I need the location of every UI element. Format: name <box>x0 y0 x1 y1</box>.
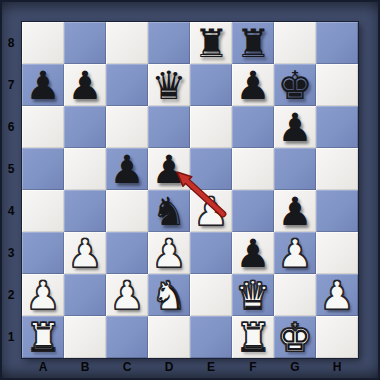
square-b2[interactable] <box>64 274 106 316</box>
square-h7[interactable] <box>316 64 358 106</box>
square-d5[interactable]: ♟ <box>148 148 190 190</box>
piece-black-pawn-c5[interactable]: ♟ <box>106 148 148 190</box>
square-h8[interactable] <box>316 22 358 64</box>
rank-label-5: 5 <box>2 148 20 190</box>
piece-white-pawn-e4[interactable]: ♟ <box>190 190 232 232</box>
square-e3[interactable] <box>190 232 232 274</box>
rank-label-8: 8 <box>2 22 20 64</box>
square-e6[interactable] <box>190 106 232 148</box>
square-g8[interactable] <box>274 22 316 64</box>
square-c1[interactable] <box>106 316 148 358</box>
piece-white-pawn-c2[interactable]: ♟ <box>106 274 148 316</box>
rank-label-7: 7 <box>2 64 20 106</box>
piece-white-pawn-d3[interactable]: ♟ <box>148 232 190 274</box>
piece-white-king-g1[interactable]: ♚ <box>274 316 316 358</box>
square-f6[interactable] <box>232 106 274 148</box>
file-label-g: G <box>274 357 316 377</box>
file-label-c: C <box>106 357 148 377</box>
square-h5[interactable] <box>316 148 358 190</box>
rank-label-3: 3 <box>2 232 20 274</box>
piece-white-pawn-h2[interactable]: ♟ <box>316 274 358 316</box>
file-label-a: A <box>22 357 64 377</box>
chess-board: ♜♜♟♟♛♟♚♟♟♟♞♟♟♟♟♟♟♟♟♞♛♟♜♜♚ <box>22 22 358 358</box>
square-c4[interactable] <box>106 190 148 232</box>
piece-white-pawn-b3[interactable]: ♟ <box>64 232 106 274</box>
piece-black-pawn-f3[interactable]: ♟ <box>232 232 274 274</box>
file-label-f: F <box>232 357 274 377</box>
square-e7[interactable] <box>190 64 232 106</box>
piece-black-knight-d4[interactable]: ♞ <box>148 190 190 232</box>
square-h1[interactable] <box>316 316 358 358</box>
square-a2[interactable]: ♟ <box>22 274 64 316</box>
piece-white-knight-d2[interactable]: ♞ <box>148 274 190 316</box>
square-d8[interactable] <box>148 22 190 64</box>
square-c6[interactable] <box>106 106 148 148</box>
square-c7[interactable] <box>106 64 148 106</box>
square-e5[interactable] <box>190 148 232 190</box>
square-f5[interactable] <box>232 148 274 190</box>
piece-white-rook-f1[interactable]: ♜ <box>232 316 274 358</box>
piece-black-pawn-d5[interactable]: ♟ <box>148 148 190 190</box>
piece-black-pawn-f7[interactable]: ♟ <box>232 64 274 106</box>
square-b3[interactable]: ♟ <box>64 232 106 274</box>
square-a3[interactable] <box>22 232 64 274</box>
square-c2[interactable]: ♟ <box>106 274 148 316</box>
square-g7[interactable]: ♚ <box>274 64 316 106</box>
square-f8[interactable]: ♜ <box>232 22 274 64</box>
piece-white-rook-a1[interactable]: ♜ <box>22 316 64 358</box>
piece-black-pawn-g4[interactable]: ♟ <box>274 190 316 232</box>
square-d3[interactable]: ♟ <box>148 232 190 274</box>
rank-label-4: 4 <box>2 190 20 232</box>
square-h6[interactable] <box>316 106 358 148</box>
rank-label-2: 2 <box>2 274 20 316</box>
file-label-h: H <box>316 357 358 377</box>
rank-label-6: 6 <box>2 106 20 148</box>
square-d7[interactable]: ♛ <box>148 64 190 106</box>
square-h4[interactable] <box>316 190 358 232</box>
square-d1[interactable] <box>148 316 190 358</box>
square-d4[interactable]: ♞ <box>148 190 190 232</box>
square-b8[interactable] <box>64 22 106 64</box>
square-b1[interactable] <box>64 316 106 358</box>
piece-black-pawn-g6[interactable]: ♟ <box>274 106 316 148</box>
rank-label-1: 1 <box>2 316 20 358</box>
square-b4[interactable] <box>64 190 106 232</box>
square-a6[interactable] <box>22 106 64 148</box>
square-g3[interactable]: ♟ <box>274 232 316 274</box>
square-g6[interactable]: ♟ <box>274 106 316 148</box>
square-b5[interactable] <box>64 148 106 190</box>
square-a1[interactable]: ♜ <box>22 316 64 358</box>
square-f4[interactable] <box>232 190 274 232</box>
file-label-d: D <box>148 357 190 377</box>
square-g4[interactable]: ♟ <box>274 190 316 232</box>
piece-black-rook-f8[interactable]: ♜ <box>232 22 274 64</box>
piece-white-queen-f2[interactable]: ♛ <box>232 274 274 316</box>
square-f2[interactable]: ♛ <box>232 274 274 316</box>
file-label-b: B <box>64 357 106 377</box>
file-label-e: E <box>190 357 232 377</box>
square-g5[interactable] <box>274 148 316 190</box>
square-c3[interactable] <box>106 232 148 274</box>
square-c8[interactable] <box>106 22 148 64</box>
square-b7[interactable]: ♟ <box>64 64 106 106</box>
square-g1[interactable]: ♚ <box>274 316 316 358</box>
square-h2[interactable]: ♟ <box>316 274 358 316</box>
square-e1[interactable] <box>190 316 232 358</box>
square-e8[interactable]: ♜ <box>190 22 232 64</box>
square-d2[interactable]: ♞ <box>148 274 190 316</box>
piece-black-pawn-a7[interactable]: ♟ <box>22 64 64 106</box>
piece-black-pawn-b7[interactable]: ♟ <box>64 64 106 106</box>
board-frame: ♜♜♟♟♛♟♚♟♟♟♞♟♟♟♟♟♟♟♟♞♛♟♜♜♚ 87654321ABCDEF… <box>0 0 380 380</box>
square-f7[interactable]: ♟ <box>232 64 274 106</box>
square-f3[interactable]: ♟ <box>232 232 274 274</box>
piece-black-king-g7[interactable]: ♚ <box>274 64 316 106</box>
piece-black-queen-d7[interactable]: ♛ <box>148 64 190 106</box>
square-e4[interactable]: ♟ <box>190 190 232 232</box>
square-h3[interactable] <box>316 232 358 274</box>
square-f1[interactable]: ♜ <box>232 316 274 358</box>
square-a8[interactable] <box>22 22 64 64</box>
square-d6[interactable] <box>148 106 190 148</box>
piece-white-pawn-g3[interactable]: ♟ <box>274 232 316 274</box>
piece-white-pawn-a2[interactable]: ♟ <box>22 274 64 316</box>
square-b6[interactable] <box>64 106 106 148</box>
square-e2[interactable] <box>190 274 232 316</box>
square-a4[interactable] <box>22 190 64 232</box>
square-g2[interactable] <box>274 274 316 316</box>
square-c5[interactable]: ♟ <box>106 148 148 190</box>
piece-black-rook-e8[interactable]: ♜ <box>190 22 232 64</box>
square-a7[interactable]: ♟ <box>22 64 64 106</box>
square-a5[interactable] <box>22 148 64 190</box>
